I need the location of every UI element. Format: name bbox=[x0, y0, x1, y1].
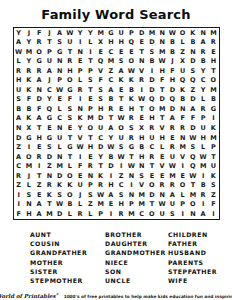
grid-cell[interactable]: G bbox=[34, 57, 44, 67]
grid-cell[interactable]: P bbox=[126, 200, 136, 210]
grid-cell[interactable]: R bbox=[147, 152, 157, 162]
grid-cell[interactable]: G bbox=[44, 114, 54, 124]
grid-cell[interactable]: N bbox=[188, 47, 198, 57]
grid-cell[interactable]: E bbox=[137, 38, 147, 48]
grid-cell[interactable]: R bbox=[126, 114, 136, 124]
grid-cell[interactable]: B bbox=[126, 85, 136, 95]
grid-cell[interactable]: I bbox=[34, 162, 44, 172]
grid-cell[interactable]: D bbox=[34, 95, 44, 105]
grid-cell[interactable]: Q bbox=[178, 76, 188, 86]
grid-cell[interactable]: G bbox=[208, 104, 218, 114]
grid-cell[interactable]: N bbox=[55, 124, 65, 134]
grid-cell[interactable]: Y bbox=[14, 28, 24, 38]
grid-cell[interactable]: C bbox=[55, 114, 65, 124]
grid-cell[interactable]: O bbox=[116, 124, 126, 134]
grid-cell[interactable]: T bbox=[34, 124, 44, 134]
grid-cell[interactable]: Y bbox=[198, 66, 208, 76]
grid-cell[interactable]: R bbox=[137, 76, 147, 86]
grid-cell[interactable]: X bbox=[96, 38, 106, 48]
grid-cell[interactable]: G bbox=[55, 47, 65, 57]
grid-cell[interactable]: R bbox=[178, 124, 188, 134]
grid-cell[interactable]: K bbox=[126, 95, 136, 105]
grid-cell[interactable]: I bbox=[106, 171, 116, 181]
grid-cell[interactable]: C bbox=[106, 47, 116, 57]
grid-cell[interactable]: N bbox=[126, 171, 136, 181]
grid-cell[interactable]: P bbox=[126, 28, 136, 38]
grid-cell[interactable]: R bbox=[198, 104, 208, 114]
grid-cell[interactable]: R bbox=[116, 209, 126, 219]
grid-cell[interactable]: T bbox=[137, 47, 147, 57]
grid-cell[interactable]: N bbox=[137, 162, 147, 172]
grid-cell[interactable]: H bbox=[85, 143, 95, 153]
grid-cell[interactable]: L bbox=[157, 143, 167, 153]
grid-cell[interactable]: P bbox=[44, 47, 54, 57]
grid-cell[interactable]: K bbox=[65, 181, 75, 191]
grid-cell[interactable]: D bbox=[147, 38, 157, 48]
grid-cell[interactable]: U bbox=[44, 57, 54, 67]
grid-cell[interactable]: H bbox=[24, 209, 34, 219]
grid-cell[interactable]: Z bbox=[106, 66, 116, 76]
grid-cell[interactable]: E bbox=[178, 171, 188, 181]
grid-cell[interactable]: O bbox=[208, 76, 218, 86]
grid-cell[interactable]: F bbox=[208, 200, 218, 210]
grid-cell[interactable]: L bbox=[75, 200, 85, 210]
grid-cell[interactable]: S bbox=[208, 181, 218, 191]
grid-cell[interactable]: V bbox=[137, 181, 147, 191]
grid-cell[interactable]: H bbox=[137, 133, 147, 143]
grid-cell[interactable]: B bbox=[65, 200, 75, 210]
grid-cell[interactable]: P bbox=[96, 209, 106, 219]
grid-cell[interactable]: Z bbox=[178, 47, 188, 57]
grid-cell[interactable]: F bbox=[14, 209, 24, 219]
grid-cell[interactable]: U bbox=[55, 133, 65, 143]
grid-cell[interactable]: M bbox=[208, 28, 218, 38]
grid-cell[interactable]: H bbox=[198, 133, 208, 143]
grid-cell[interactable]: R bbox=[14, 66, 24, 76]
grid-cell[interactable]: M bbox=[157, 47, 167, 57]
grid-cell[interactable]: A bbox=[167, 190, 177, 200]
grid-cell[interactable]: W bbox=[137, 95, 147, 105]
grid-cell[interactable]: J bbox=[167, 57, 177, 67]
grid-cell[interactable]: U bbox=[208, 162, 218, 172]
grid-cell[interactable]: W bbox=[75, 143, 85, 153]
grid-cell[interactable]: W bbox=[55, 200, 65, 210]
grid-cell[interactable]: W bbox=[116, 152, 126, 162]
grid-cell[interactable]: D bbox=[96, 143, 106, 153]
grid-cell[interactable]: O bbox=[65, 190, 75, 200]
grid-cell[interactable]: L bbox=[14, 57, 24, 67]
grid-cell[interactable]: I bbox=[14, 200, 24, 210]
grid-cell[interactable]: T bbox=[96, 162, 106, 172]
grid-cell[interactable]: R bbox=[24, 66, 34, 76]
grid-cell[interactable]: E bbox=[85, 152, 95, 162]
grid-cell[interactable]: A bbox=[106, 85, 116, 95]
grid-cell[interactable]: U bbox=[147, 133, 157, 143]
grid-cell[interactable]: T bbox=[65, 152, 75, 162]
grid-cell[interactable]: O bbox=[65, 76, 75, 86]
grid-cell[interactable]: N bbox=[75, 104, 85, 114]
grid-cell[interactable]: U bbox=[116, 28, 126, 38]
grid-cell[interactable]: I bbox=[24, 143, 34, 153]
grid-cell[interactable]: J bbox=[24, 28, 34, 38]
grid-cell[interactable]: P bbox=[85, 181, 95, 191]
grid-cell[interactable]: G bbox=[65, 143, 75, 153]
grid-cell[interactable]: M bbox=[44, 209, 54, 219]
grid-cell[interactable]: H bbox=[34, 133, 44, 143]
grid-cell[interactable]: U bbox=[198, 124, 208, 134]
grid-cell[interactable]: E bbox=[55, 95, 65, 105]
grid-cell[interactable]: O bbox=[178, 181, 188, 191]
grid-cell[interactable]: R bbox=[167, 124, 177, 134]
grid-cell[interactable]: P bbox=[55, 76, 65, 86]
grid-cell[interactable]: D bbox=[188, 124, 198, 134]
grid-cell[interactable]: O bbox=[126, 57, 136, 67]
grid-cell[interactable]: W bbox=[188, 171, 198, 181]
grid-cell[interactable]: B bbox=[167, 47, 177, 57]
grid-cell[interactable]: F bbox=[34, 104, 44, 114]
grid-cell[interactable]: U bbox=[167, 152, 177, 162]
grid-cell[interactable]: P bbox=[85, 66, 95, 76]
grid-cell[interactable]: B bbox=[208, 95, 218, 105]
grid-cell[interactable]: S bbox=[14, 95, 24, 105]
grid-cell[interactable]: I bbox=[198, 171, 208, 181]
grid-cell[interactable]: A bbox=[106, 124, 116, 134]
grid-cell[interactable]: A bbox=[34, 114, 44, 124]
grid-cell[interactable]: N bbox=[44, 171, 54, 181]
grid-cell[interactable]: H bbox=[167, 76, 177, 86]
grid-cell[interactable]: Y bbox=[106, 133, 116, 143]
grid-cell[interactable]: A bbox=[116, 66, 126, 76]
grid-cell[interactable]: F bbox=[188, 114, 198, 124]
grid-cell[interactable]: C bbox=[96, 133, 106, 143]
grid-cell[interactable]: Q bbox=[188, 76, 198, 86]
grid-cell[interactable]: J bbox=[44, 28, 54, 38]
grid-cell[interactable]: N bbox=[85, 171, 95, 181]
grid-cell[interactable]: C bbox=[14, 162, 24, 172]
grid-cell[interactable]: H bbox=[106, 181, 116, 191]
grid-cell[interactable]: U bbox=[96, 124, 106, 134]
grid-cell[interactable]: H bbox=[126, 104, 136, 114]
grid-cell[interactable]: R bbox=[85, 162, 95, 172]
grid-cell[interactable]: B bbox=[24, 104, 34, 114]
grid-cell[interactable]: O bbox=[147, 104, 157, 114]
grid-cell[interactable]: W bbox=[65, 28, 75, 38]
grid-cell[interactable]: T bbox=[157, 85, 167, 95]
grid-cell[interactable]: L bbox=[65, 162, 75, 172]
grid-cell[interactable]: K bbox=[188, 28, 198, 38]
grid-cell[interactable]: Z bbox=[188, 85, 198, 95]
grid-cell[interactable]: T bbox=[147, 200, 157, 210]
grid-cell[interactable]: S bbox=[116, 143, 126, 153]
grid-cell[interactable]: E bbox=[147, 171, 157, 181]
grid-cell[interactable]: R bbox=[126, 133, 136, 143]
grid-cell[interactable]: X bbox=[137, 124, 147, 134]
grid-cell[interactable]: B bbox=[188, 38, 198, 48]
grid-cell[interactable]: D bbox=[167, 104, 177, 114]
grid-cell[interactable]: R bbox=[44, 181, 54, 191]
grid-cell[interactable]: I bbox=[75, 95, 85, 105]
grid-cell[interactable]: Q bbox=[44, 104, 54, 114]
grid-cell[interactable]: T bbox=[65, 47, 75, 57]
grid-cell[interactable]: N bbox=[178, 104, 188, 114]
grid-cell[interactable]: O bbox=[147, 209, 157, 219]
grid-cell[interactable]: I bbox=[14, 190, 24, 200]
grid-cell[interactable]: V bbox=[75, 133, 85, 143]
grid-cell[interactable]: I bbox=[85, 47, 95, 57]
grid-cell[interactable]: O bbox=[24, 152, 34, 162]
grid-cell[interactable]: F bbox=[34, 28, 44, 38]
grid-cell[interactable]: W bbox=[157, 200, 167, 210]
grid-cell[interactable]: R bbox=[34, 152, 44, 162]
grid-cell[interactable]: G bbox=[106, 28, 116, 38]
grid-cell[interactable]: W bbox=[116, 114, 126, 124]
grid-cell[interactable]: H bbox=[14, 76, 24, 86]
grid-cell[interactable]: G bbox=[126, 143, 136, 153]
grid-cell[interactable]: B bbox=[106, 95, 116, 105]
grid-cell[interactable]: T bbox=[147, 162, 157, 172]
grid-cell[interactable]: R bbox=[96, 181, 106, 191]
grid-cell[interactable]: V bbox=[137, 66, 147, 76]
grid-cell[interactable]: F bbox=[24, 95, 34, 105]
grid-cell[interactable]: M bbox=[147, 28, 157, 38]
grid-cell[interactable]: R bbox=[75, 85, 85, 95]
grid-cell[interactable]: I bbox=[137, 85, 147, 95]
grid-cell[interactable]: X bbox=[24, 124, 34, 134]
grid-cell[interactable]: H bbox=[208, 57, 218, 67]
grid-cell[interactable]: H bbox=[116, 200, 126, 210]
grid-cell[interactable]: E bbox=[65, 124, 75, 134]
grid-cell[interactable]: S bbox=[65, 104, 75, 114]
grid-cell[interactable]: N bbox=[178, 133, 188, 143]
grid-cell[interactable]: E bbox=[106, 200, 116, 210]
grid-cell[interactable]: L bbox=[24, 181, 34, 191]
grid-cell[interactable]: C bbox=[137, 209, 147, 219]
grid-cell[interactable]: F bbox=[75, 162, 85, 172]
grid-cell[interactable]: Z bbox=[34, 181, 44, 191]
grid-cell[interactable]: T bbox=[85, 133, 95, 143]
grid-cell[interactable]: A bbox=[34, 76, 44, 86]
grid-cell[interactable]: U bbox=[178, 66, 188, 76]
grid-cell[interactable]: M bbox=[188, 190, 198, 200]
grid-cell[interactable]: S bbox=[85, 190, 95, 200]
grid-cell[interactable]: L bbox=[75, 76, 85, 86]
grid-cell[interactable]: E bbox=[126, 47, 136, 57]
grid-cell[interactable]: R bbox=[167, 143, 177, 153]
grid-cell[interactable]: M bbox=[85, 114, 95, 124]
grid-cell[interactable]: I bbox=[147, 66, 157, 76]
grid-cell[interactable]: T bbox=[44, 38, 54, 48]
grid-cell[interactable]: N bbox=[75, 47, 85, 57]
grid-cell[interactable]: I bbox=[178, 209, 188, 219]
grid-cell[interactable]: D bbox=[188, 95, 198, 105]
grid-cell[interactable]: N bbox=[55, 66, 65, 76]
grid-cell[interactable]: S bbox=[24, 190, 34, 200]
grid-cell[interactable]: N bbox=[55, 57, 65, 67]
grid-cell[interactable]: J bbox=[44, 76, 54, 86]
grid-cell[interactable]: H bbox=[157, 66, 167, 76]
grid-cell[interactable]: K bbox=[208, 171, 218, 181]
grid-cell[interactable]: S bbox=[126, 124, 136, 134]
grid-cell[interactable]: A bbox=[167, 114, 177, 124]
grid-cell[interactable]: W bbox=[126, 162, 136, 172]
grid-cell[interactable]: M bbox=[157, 104, 167, 114]
grid-cell[interactable]: R bbox=[198, 190, 208, 200]
grid-cell[interactable]: Y bbox=[198, 85, 208, 95]
grid-cell[interactable]: R bbox=[65, 57, 75, 67]
grid-cell[interactable]: D bbox=[157, 95, 167, 105]
grid-cell[interactable]: H bbox=[65, 66, 75, 76]
grid-cell[interactable]: N bbox=[137, 57, 147, 67]
grid-cell[interactable]: G bbox=[24, 133, 34, 143]
grid-cell[interactable]: W bbox=[14, 47, 24, 57]
grid-cell[interactable]: W bbox=[106, 143, 116, 153]
grid-cell[interactable]: T bbox=[188, 181, 198, 191]
grid-cell[interactable]: E bbox=[116, 104, 126, 114]
grid-cell[interactable]: D bbox=[55, 171, 65, 181]
grid-cell[interactable]: T bbox=[106, 114, 116, 124]
grid-cell[interactable]: A bbox=[44, 66, 54, 76]
grid-cell[interactable]: Y bbox=[24, 38, 34, 48]
grid-cell[interactable]: L bbox=[178, 38, 188, 48]
grid-cell[interactable]: N bbox=[188, 209, 198, 219]
grid-cell[interactable]: P bbox=[85, 104, 95, 114]
grid-cell[interactable]: T bbox=[116, 95, 126, 105]
grid-cell[interactable]: D bbox=[55, 209, 65, 219]
grid-cell[interactable]: S bbox=[96, 95, 106, 105]
grid-cell[interactable]: I bbox=[75, 152, 85, 162]
grid-cell[interactable]: Y bbox=[96, 152, 106, 162]
grid-cell[interactable]: Q bbox=[188, 162, 198, 172]
grid-cell[interactable]: G bbox=[44, 133, 54, 143]
grid-cell[interactable]: H bbox=[106, 38, 116, 48]
grid-cell[interactable]: W bbox=[96, 190, 106, 200]
grid-cell[interactable]: N bbox=[157, 190, 167, 200]
grid-cell[interactable]: M bbox=[24, 47, 34, 57]
grid-cell[interactable]: Z bbox=[116, 171, 126, 181]
grid-cell[interactable]: Y bbox=[75, 124, 85, 134]
grid-cell[interactable]: T bbox=[126, 152, 136, 162]
grid-cell[interactable]: J bbox=[24, 171, 34, 181]
grid-cell[interactable]: B bbox=[147, 57, 157, 67]
grid-cell[interactable]: V bbox=[96, 66, 106, 76]
grid-cell[interactable]: S bbox=[137, 171, 147, 181]
grid-cell[interactable]: P bbox=[178, 200, 188, 210]
grid-cell[interactable]: E bbox=[157, 171, 167, 181]
grid-cell[interactable]: C bbox=[147, 143, 157, 153]
grid-cell[interactable]: E bbox=[116, 47, 126, 57]
grid-cell[interactable]: B bbox=[198, 181, 208, 191]
grid-cell[interactable]: U bbox=[65, 38, 75, 48]
grid-cell[interactable]: I bbox=[106, 209, 116, 219]
grid-cell[interactable]: D bbox=[188, 57, 198, 67]
grid-cell[interactable]: Q bbox=[167, 95, 177, 105]
grid-cell[interactable]: Q bbox=[96, 57, 106, 67]
grid-cell[interactable]: U bbox=[157, 209, 167, 219]
grid-cell[interactable]: N bbox=[157, 38, 167, 48]
grid-cell[interactable]: O bbox=[85, 124, 95, 134]
grid-cell[interactable]: B bbox=[14, 104, 24, 114]
grid-cell[interactable]: K bbox=[126, 76, 136, 86]
grid-cell[interactable]: Y bbox=[44, 95, 54, 105]
grid-cell[interactable]: F bbox=[167, 66, 177, 76]
grid-cell[interactable]: O bbox=[34, 47, 44, 57]
grid-cell[interactable]: O bbox=[178, 28, 188, 38]
grid-cell[interactable]: C bbox=[106, 76, 116, 86]
grid-cell[interactable]: E bbox=[167, 133, 177, 143]
grid-cell[interactable]: R bbox=[34, 38, 44, 48]
grid-cell[interactable]: E bbox=[75, 171, 85, 181]
grid-cell[interactable]: X bbox=[178, 57, 188, 67]
grid-cell[interactable]: S bbox=[65, 114, 75, 124]
grid-cell[interactable]: M bbox=[96, 28, 106, 38]
grid-cell[interactable]: B bbox=[198, 57, 208, 67]
grid-cell[interactable]: A bbox=[198, 38, 208, 48]
grid-cell[interactable]: M bbox=[178, 143, 188, 153]
grid-cell[interactable]: N bbox=[55, 152, 65, 162]
grid-cell[interactable]: K bbox=[44, 190, 54, 200]
grid-cell[interactable]: Z bbox=[14, 143, 24, 153]
grid-cell[interactable]: K bbox=[96, 171, 106, 181]
grid-cell[interactable]: N bbox=[157, 28, 167, 38]
grid-cell[interactable]: L bbox=[198, 143, 208, 153]
grid-cell[interactable]: L bbox=[65, 209, 75, 219]
grid-cell[interactable]: M bbox=[24, 162, 34, 172]
grid-cell[interactable]: C bbox=[44, 85, 54, 95]
grid-cell[interactable]: E bbox=[137, 114, 147, 124]
grid-cell[interactable]: E bbox=[116, 85, 126, 95]
grid-cell[interactable]: P bbox=[75, 66, 85, 76]
grid-cell[interactable]: V bbox=[178, 152, 188, 162]
grid-cell[interactable]: Y bbox=[24, 57, 34, 67]
grid-cell[interactable]: K bbox=[55, 181, 65, 191]
grid-cell[interactable]: E bbox=[34, 190, 44, 200]
grid-cell[interactable]: D bbox=[96, 114, 106, 124]
grid-cell[interactable]: W bbox=[55, 85, 65, 95]
grid-cell[interactable]: O bbox=[188, 200, 198, 210]
grid-cell[interactable]: O bbox=[65, 171, 75, 181]
grid-cell[interactable]: Q bbox=[126, 38, 136, 48]
grid-cell[interactable]: F bbox=[178, 114, 188, 124]
grid-cell[interactable]: R bbox=[157, 181, 167, 191]
grid-cell[interactable]: D bbox=[147, 76, 157, 86]
grid-cell[interactable]: D bbox=[14, 133, 24, 143]
grid-cell[interactable]: K bbox=[75, 114, 85, 124]
grid-cell[interactable]: S bbox=[55, 190, 65, 200]
grid-cell[interactable]: R bbox=[106, 104, 116, 114]
grid-cell[interactable]: N bbox=[198, 28, 208, 38]
grid-cell[interactable]: S bbox=[188, 143, 198, 153]
grid-cell[interactable]: S bbox=[167, 209, 177, 219]
grid-cell[interactable]: S bbox=[85, 76, 95, 86]
grid-cell[interactable]: L bbox=[85, 209, 95, 219]
grid-cell[interactable]: D bbox=[44, 152, 54, 162]
grid-cell[interactable]: I bbox=[178, 162, 188, 172]
grid-cell[interactable]: M bbox=[167, 171, 177, 181]
grid-cell[interactable]: F bbox=[65, 95, 75, 105]
grid-cell[interactable]: W bbox=[157, 57, 167, 67]
grid-cell[interactable]: U bbox=[167, 200, 177, 210]
grid-cell[interactable]: Q bbox=[147, 95, 157, 105]
grid-cell[interactable]: S bbox=[188, 66, 198, 76]
grid-cell[interactable]: S bbox=[147, 47, 157, 57]
grid-cell[interactable]: M bbox=[106, 57, 116, 67]
grid-cell[interactable]: E bbox=[96, 47, 106, 57]
grid-cell[interactable]: R bbox=[198, 47, 208, 57]
grid-cell[interactable]: F bbox=[96, 76, 106, 86]
grid-cell[interactable]: N bbox=[24, 200, 34, 210]
grid-cell[interactable]: R bbox=[147, 124, 157, 134]
grid-cell[interactable]: R bbox=[167, 181, 177, 191]
